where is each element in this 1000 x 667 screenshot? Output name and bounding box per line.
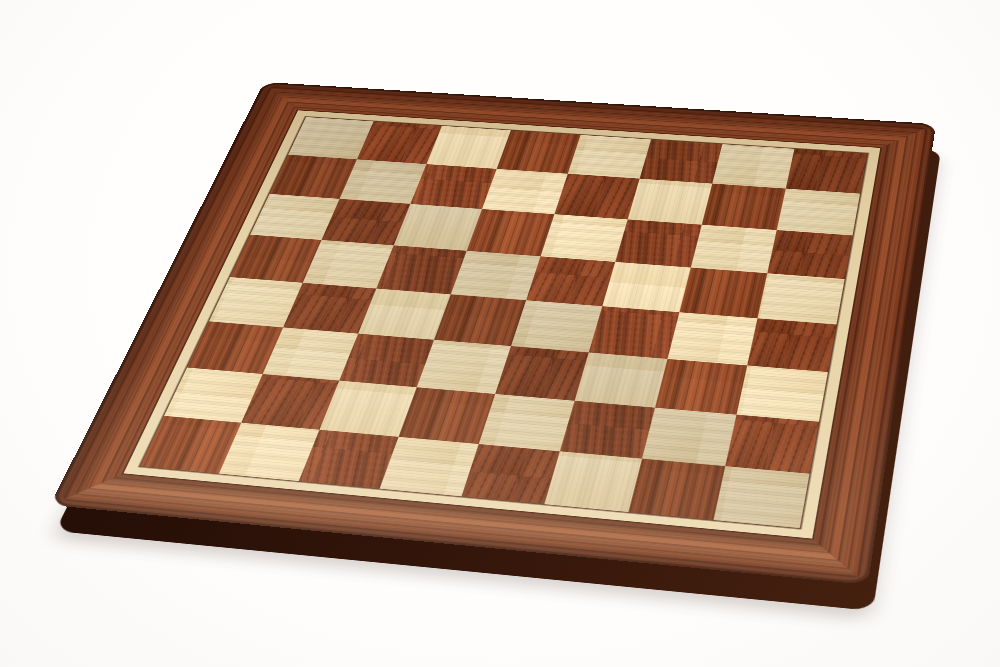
square-f7 <box>628 179 713 225</box>
square-f5 <box>602 262 691 312</box>
square-g3 <box>655 359 747 415</box>
square-e2 <box>479 394 575 451</box>
square-h1 <box>714 466 810 528</box>
square-g7 <box>702 184 786 230</box>
square-h2 <box>725 415 819 474</box>
square-e5 <box>526 256 615 306</box>
square-g8 <box>712 144 794 188</box>
square-h8 <box>786 149 868 194</box>
square-h5 <box>757 273 844 324</box>
square-d8 <box>497 130 581 173</box>
square-d5 <box>451 251 541 300</box>
square-h6 <box>767 230 852 279</box>
square-g1 <box>628 459 725 520</box>
square-e3 <box>495 346 589 401</box>
square-f6 <box>615 219 702 267</box>
square-f1 <box>544 451 642 512</box>
square-h7 <box>777 189 860 236</box>
square-f2 <box>560 401 655 459</box>
square-d6 <box>467 209 555 256</box>
square-e6 <box>541 214 628 262</box>
photo-background <box>0 0 1000 667</box>
square-g6 <box>691 225 777 274</box>
square-e4 <box>511 300 602 352</box>
square-f4 <box>589 306 680 359</box>
square-g2 <box>642 408 736 466</box>
square-g5 <box>679 268 767 319</box>
square-d7 <box>482 169 568 214</box>
square-g4 <box>668 312 758 365</box>
square-e7 <box>554 174 639 220</box>
square-f3 <box>575 352 668 407</box>
square-h4 <box>747 318 836 372</box>
square-h3 <box>736 365 827 421</box>
square-e8 <box>568 135 651 179</box>
square-f8 <box>640 139 723 183</box>
square-e1 <box>461 444 559 504</box>
chess-board <box>50 82 936 585</box>
